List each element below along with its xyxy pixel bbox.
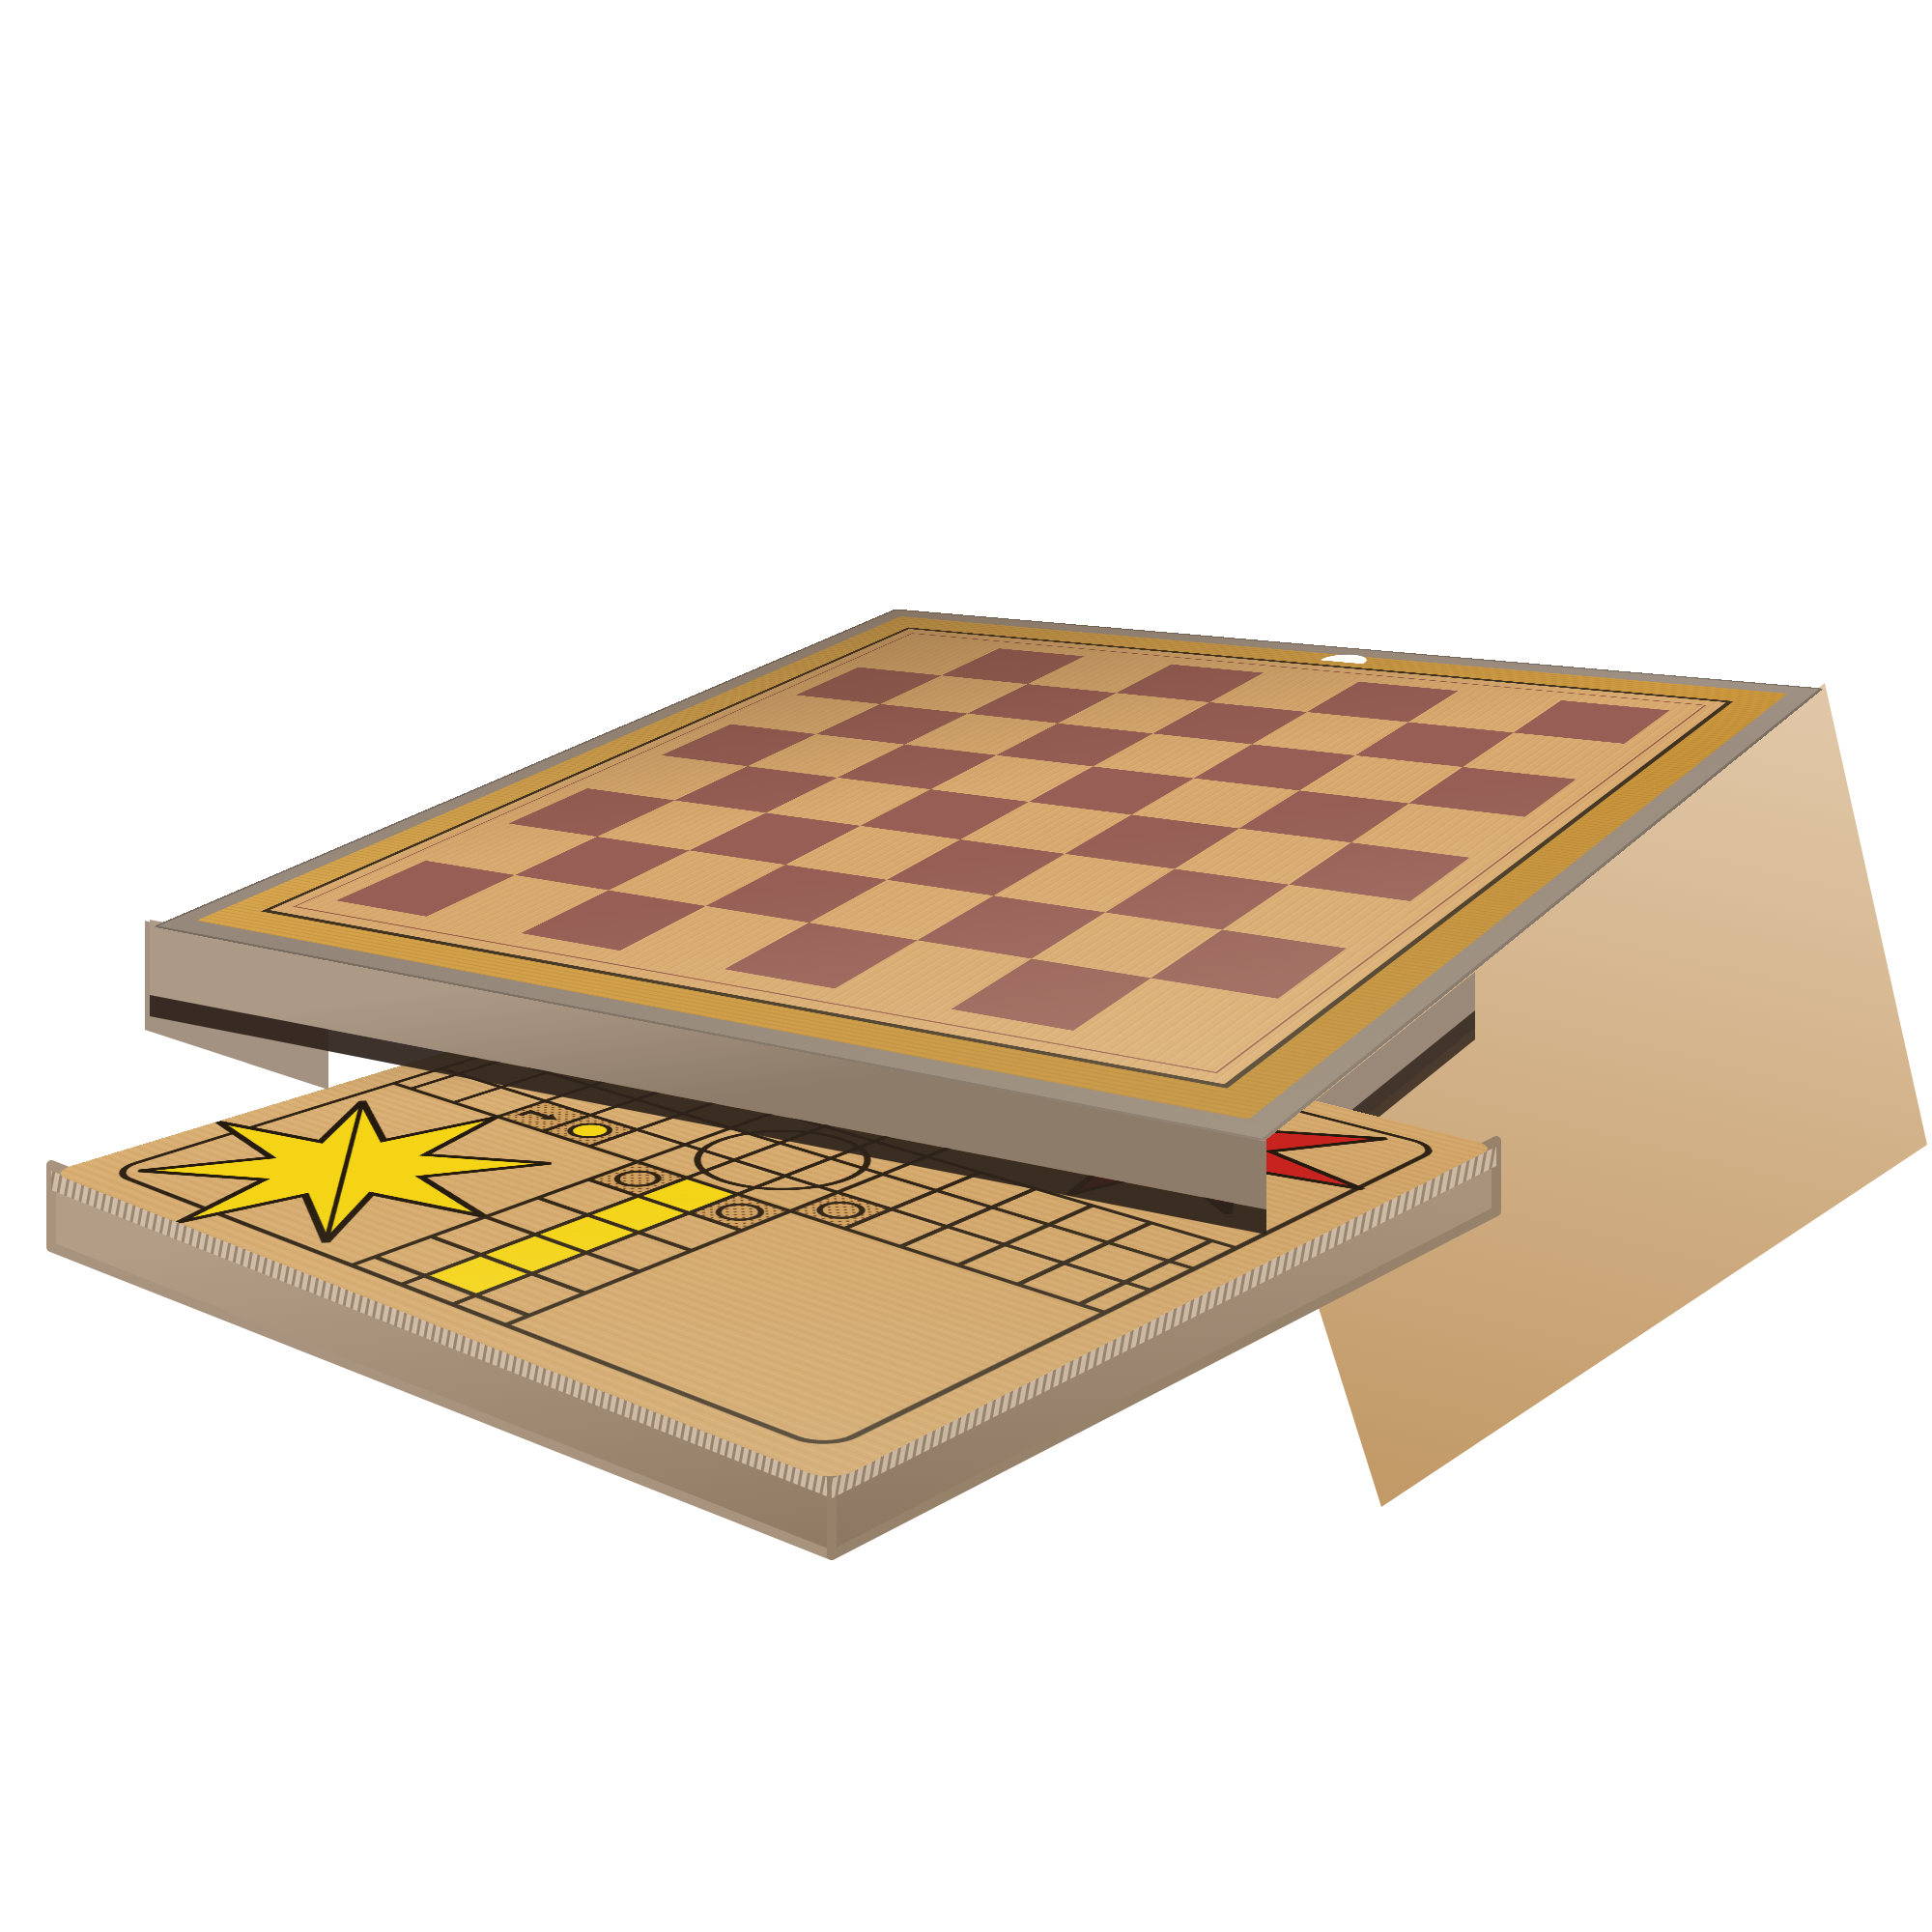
game-box-photo bbox=[0, 0, 1932, 1932]
